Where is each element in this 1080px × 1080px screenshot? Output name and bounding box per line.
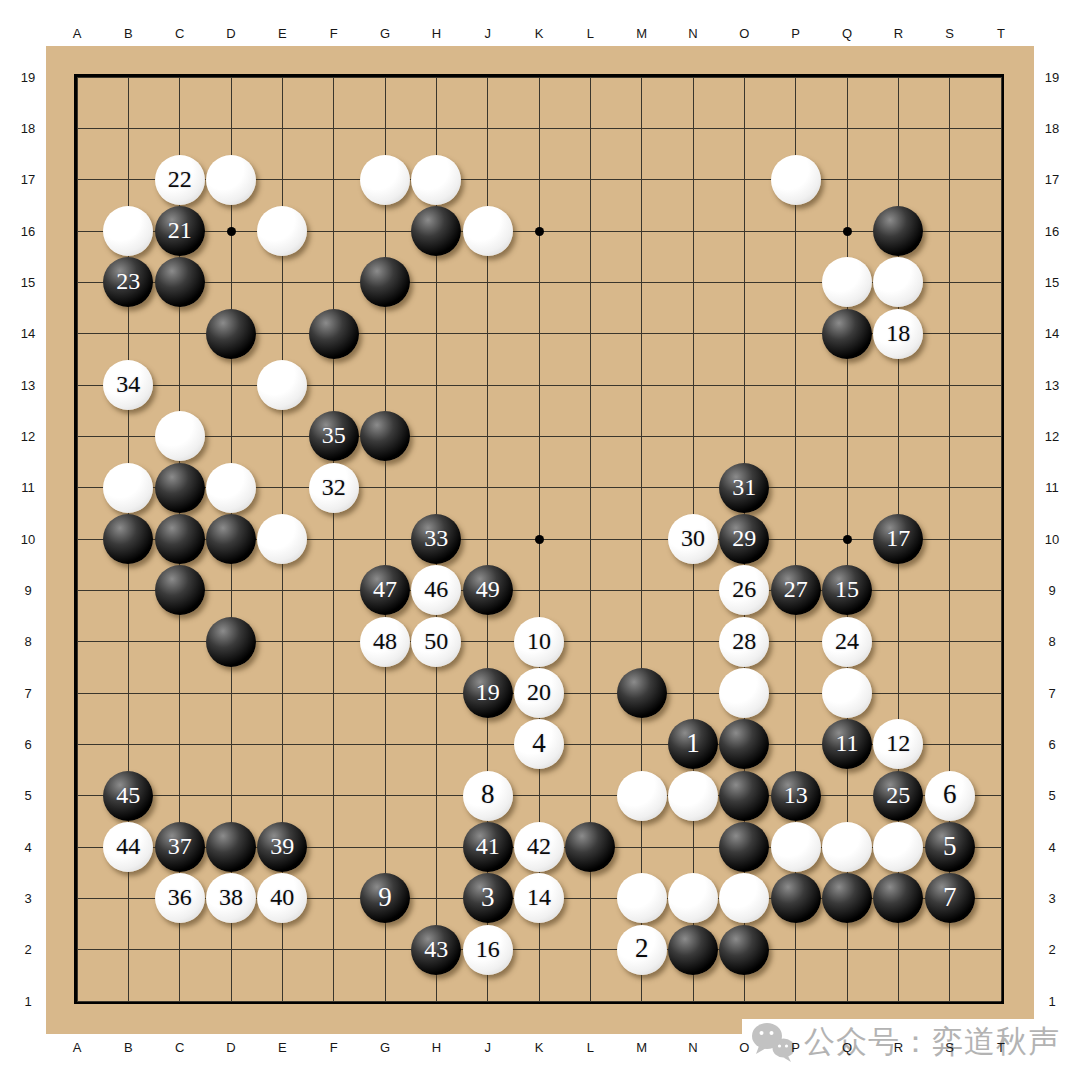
stone-white-n5 — [668, 771, 718, 821]
row-label-left: 10 — [15, 531, 41, 547]
row-label-right: 7 — [1039, 685, 1065, 701]
column-label-bottom: E — [269, 1039, 295, 1055]
stone-black-b5: 45 — [103, 771, 153, 821]
grid-line-vertical — [1001, 77, 1002, 1001]
move-number: 14 — [527, 885, 551, 909]
stone-white-q7 — [822, 668, 872, 718]
stone-black-j9: 49 — [463, 565, 513, 615]
move-number: 16 — [476, 937, 500, 961]
column-label-bottom: T — [988, 1039, 1014, 1055]
stone-black-q9: 15 — [822, 565, 872, 615]
row-label-left: 13 — [15, 377, 41, 393]
stone-white-j16 — [463, 206, 513, 256]
row-label-right: 12 — [1039, 428, 1065, 444]
row-label-left: 6 — [15, 736, 41, 752]
stone-white-e13 — [257, 360, 307, 410]
row-label-right: 13 — [1039, 377, 1065, 393]
move-number: 34 — [116, 372, 140, 396]
stone-black-c10 — [155, 514, 205, 564]
row-label-right: 2 — [1039, 942, 1065, 958]
move-number: 29 — [732, 526, 756, 550]
star-point — [843, 535, 852, 544]
row-label-left: 18 — [15, 120, 41, 136]
move-number: 45 — [116, 783, 140, 807]
stone-black-q14 — [822, 309, 872, 359]
row-label-left: 2 — [15, 942, 41, 958]
stone-black-o10: 29 — [719, 514, 769, 564]
grid-line-horizontal — [77, 1001, 1001, 1002]
stone-white-b13: 34 — [103, 360, 153, 410]
stone-black-h16 — [411, 206, 461, 256]
stone-white-m3 — [617, 873, 667, 923]
stone-white-o8: 28 — [719, 617, 769, 667]
move-number: 3 — [481, 884, 495, 911]
stone-black-s3: 7 — [925, 873, 975, 923]
move-number: 28 — [732, 629, 756, 653]
row-label-left: 5 — [15, 788, 41, 804]
move-number: 9 — [378, 884, 392, 911]
stone-black-c15 — [155, 257, 205, 307]
stone-white-d3: 38 — [206, 873, 256, 923]
stone-black-r16 — [873, 206, 923, 256]
move-number: 15 — [835, 577, 859, 601]
stone-white-o7 — [719, 668, 769, 718]
stone-black-p3 — [771, 873, 821, 923]
column-label-top: A — [64, 25, 90, 41]
stone-black-m7 — [617, 668, 667, 718]
column-label-top: T — [988, 25, 1014, 41]
column-label-top: O — [731, 25, 757, 41]
stone-black-p5: 13 — [771, 771, 821, 821]
column-label-bottom: G — [372, 1039, 398, 1055]
stone-white-k8: 10 — [514, 617, 564, 667]
column-label-top: D — [218, 25, 244, 41]
row-label-right: 3 — [1039, 890, 1065, 906]
stone-black-o5 — [719, 771, 769, 821]
stone-black-o2 — [719, 925, 769, 975]
move-number: 19 — [476, 680, 500, 704]
stone-black-n6: 1 — [668, 719, 718, 769]
row-label-left: 14 — [15, 326, 41, 342]
stone-white-b4: 44 — [103, 822, 153, 872]
stone-black-e4: 39 — [257, 822, 307, 872]
stone-black-p9: 27 — [771, 565, 821, 615]
stone-black-q3 — [822, 873, 872, 923]
column-label-top: P — [783, 25, 809, 41]
stone-white-k6: 4 — [514, 719, 564, 769]
move-number: 33 — [424, 526, 448, 550]
star-point — [535, 535, 544, 544]
stone-white-d17 — [206, 155, 256, 205]
stone-white-p4 — [771, 822, 821, 872]
move-number: 44 — [116, 834, 140, 858]
stone-white-g17 — [360, 155, 410, 205]
move-number: 30 — [681, 526, 705, 550]
column-label-top: R — [885, 25, 911, 41]
row-label-right: 18 — [1039, 120, 1065, 136]
star-point — [843, 227, 852, 236]
column-label-bottom: N — [680, 1039, 706, 1055]
move-number: 21 — [168, 218, 192, 242]
stone-white-m2: 2 — [617, 925, 667, 975]
row-label-right: 10 — [1039, 531, 1065, 547]
stone-black-d4 — [206, 822, 256, 872]
stone-white-e16 — [257, 206, 307, 256]
stone-black-d8 — [206, 617, 256, 667]
grid-line-horizontal — [77, 795, 1001, 796]
row-label-left: 11 — [15, 480, 41, 496]
stone-black-o4 — [719, 822, 769, 872]
move-number: 35 — [322, 423, 346, 447]
column-label-top: G — [372, 25, 398, 41]
move-number: 46 — [424, 577, 448, 601]
row-label-right: 16 — [1039, 223, 1065, 239]
move-number: 12 — [886, 731, 910, 755]
column-label-bottom: J — [475, 1039, 501, 1055]
stone-white-r14: 18 — [873, 309, 923, 359]
move-number: 31 — [732, 475, 756, 499]
stone-black-g9: 47 — [360, 565, 410, 615]
move-number: 8 — [481, 781, 495, 808]
row-label-right: 14 — [1039, 326, 1065, 342]
column-label-top: M — [629, 25, 655, 41]
stone-black-g12 — [360, 411, 410, 461]
stone-white-m5 — [617, 771, 667, 821]
row-label-left: 3 — [15, 890, 41, 906]
column-label-bottom: C — [167, 1039, 193, 1055]
move-number: 50 — [424, 629, 448, 653]
stone-white-q4 — [822, 822, 872, 872]
move-number: 18 — [886, 321, 910, 345]
move-number: 17 — [886, 526, 910, 550]
stone-black-c16: 21 — [155, 206, 205, 256]
stone-white-b16 — [103, 206, 153, 256]
row-label-right: 9 — [1039, 582, 1065, 598]
stone-white-c12 — [155, 411, 205, 461]
move-number: 25 — [886, 783, 910, 807]
stone-black-j4: 41 — [463, 822, 513, 872]
stone-black-q6: 11 — [822, 719, 872, 769]
column-label-bottom: A — [64, 1039, 90, 1055]
stone-white-q15 — [822, 257, 872, 307]
move-number: 6 — [943, 781, 957, 808]
move-number: 32 — [322, 475, 346, 499]
move-number: 20 — [527, 680, 551, 704]
row-label-right: 17 — [1039, 172, 1065, 188]
stone-black-j3: 3 — [463, 873, 513, 923]
row-label-right: 15 — [1039, 274, 1065, 290]
move-number: 1 — [686, 730, 700, 757]
move-number: 36 — [168, 885, 192, 909]
stone-black-r10: 17 — [873, 514, 923, 564]
row-label-right: 19 — [1039, 69, 1065, 85]
stone-white-j2: 16 — [463, 925, 513, 975]
stone-white-s5: 6 — [925, 771, 975, 821]
stone-white-g8: 48 — [360, 617, 410, 667]
stone-black-j7: 19 — [463, 668, 513, 718]
move-number: 4 — [532, 730, 546, 757]
move-number: 39 — [270, 834, 294, 858]
stone-black-o11: 31 — [719, 463, 769, 513]
stone-black-c9 — [155, 565, 205, 615]
column-label-top: B — [115, 25, 141, 41]
column-label-bottom: P — [783, 1039, 809, 1055]
row-label-left: 19 — [15, 69, 41, 85]
column-label-top: E — [269, 25, 295, 41]
move-number: 38 — [219, 885, 243, 909]
column-label-top: N — [680, 25, 706, 41]
row-label-left: 7 — [15, 685, 41, 701]
move-number: 13 — [784, 783, 808, 807]
stone-black-g3: 9 — [360, 873, 410, 923]
stone-black-f14 — [309, 309, 359, 359]
stone-white-k4: 42 — [514, 822, 564, 872]
move-number: 41 — [476, 834, 500, 858]
row-label-right: 4 — [1039, 839, 1065, 855]
stone-black-s4: 5 — [925, 822, 975, 872]
stone-white-c3: 36 — [155, 873, 205, 923]
grid-line-horizontal — [77, 949, 1001, 950]
stone-white-j5: 8 — [463, 771, 513, 821]
row-label-left: 8 — [15, 634, 41, 650]
column-label-top: K — [526, 25, 552, 41]
move-number: 22 — [168, 167, 192, 191]
row-label-right: 8 — [1039, 634, 1065, 650]
column-label-top: J — [475, 25, 501, 41]
column-label-top: L — [577, 25, 603, 41]
column-label-bottom: S — [937, 1039, 963, 1055]
row-label-right: 1 — [1039, 993, 1065, 1009]
move-number: 43 — [424, 937, 448, 961]
column-label-top: C — [167, 25, 193, 41]
row-label-left: 17 — [15, 172, 41, 188]
stone-white-d11 — [206, 463, 256, 513]
move-number: 5 — [943, 833, 957, 860]
move-number: 11 — [835, 731, 858, 755]
move-number: 7 — [943, 884, 957, 911]
stone-black-c11 — [155, 463, 205, 513]
stone-white-k7: 20 — [514, 668, 564, 718]
column-label-bottom: B — [115, 1039, 141, 1055]
stone-white-r4 — [873, 822, 923, 872]
go-diagram-page: 2221231834353231333029174746492627154850… — [0, 0, 1080, 1080]
stone-white-e10 — [257, 514, 307, 564]
column-label-bottom: D — [218, 1039, 244, 1055]
row-label-left: 1 — [15, 993, 41, 1009]
stone-black-h10: 33 — [411, 514, 461, 564]
stone-white-k3: 14 — [514, 873, 564, 923]
move-number: 48 — [373, 629, 397, 653]
row-label-right: 6 — [1039, 736, 1065, 752]
stone-white-h8: 50 — [411, 617, 461, 667]
move-number: 10 — [527, 629, 551, 653]
stone-white-q8: 24 — [822, 617, 872, 667]
row-label-left: 4 — [15, 839, 41, 855]
stone-black-g15 — [360, 257, 410, 307]
move-number: 40 — [270, 885, 294, 909]
stone-white-b11 — [103, 463, 153, 513]
move-number: 27 — [784, 577, 808, 601]
move-number: 24 — [835, 629, 859, 653]
row-label-left: 16 — [15, 223, 41, 239]
row-label-left: 12 — [15, 428, 41, 444]
row-label-right: 5 — [1039, 788, 1065, 804]
star-point — [227, 227, 236, 236]
column-label-bottom: R — [885, 1039, 911, 1055]
move-number: 49 — [476, 577, 500, 601]
column-label-top: F — [321, 25, 347, 41]
column-label-bottom: Q — [834, 1039, 860, 1055]
stone-black-d14 — [206, 309, 256, 359]
stone-white-n3 — [668, 873, 718, 923]
stone-black-h2: 43 — [411, 925, 461, 975]
stone-black-f12: 35 — [309, 411, 359, 461]
move-number: 23 — [116, 269, 140, 293]
move-number: 2 — [635, 935, 649, 962]
stone-black-r5: 25 — [873, 771, 923, 821]
column-label-top: S — [937, 25, 963, 41]
move-number: 42 — [527, 834, 551, 858]
stone-white-n10: 30 — [668, 514, 718, 564]
move-number: 37 — [168, 834, 192, 858]
star-point — [535, 227, 544, 236]
stone-black-d10 — [206, 514, 256, 564]
column-label-bottom: F — [321, 1039, 347, 1055]
row-label-right: 11 — [1039, 480, 1065, 496]
column-label-bottom: H — [423, 1039, 449, 1055]
column-label-bottom: M — [629, 1039, 655, 1055]
grid-line-vertical — [641, 77, 642, 1001]
stone-black-c4: 37 — [155, 822, 205, 872]
stone-white-h17 — [411, 155, 461, 205]
column-label-top: H — [423, 25, 449, 41]
stone-black-n2 — [668, 925, 718, 975]
row-label-left: 9 — [15, 582, 41, 598]
column-label-top: Q — [834, 25, 860, 41]
stone-white-c17: 22 — [155, 155, 205, 205]
move-number: 26 — [732, 577, 756, 601]
column-label-bottom: L — [577, 1039, 603, 1055]
stone-white-f11: 32 — [309, 463, 359, 513]
move-number: 47 — [373, 577, 397, 601]
column-label-bottom: K — [526, 1039, 552, 1055]
stone-white-p17 — [771, 155, 821, 205]
stone-black-l4 — [565, 822, 615, 872]
row-label-left: 15 — [15, 274, 41, 290]
column-label-bottom: O — [731, 1039, 757, 1055]
stone-black-b10 — [103, 514, 153, 564]
